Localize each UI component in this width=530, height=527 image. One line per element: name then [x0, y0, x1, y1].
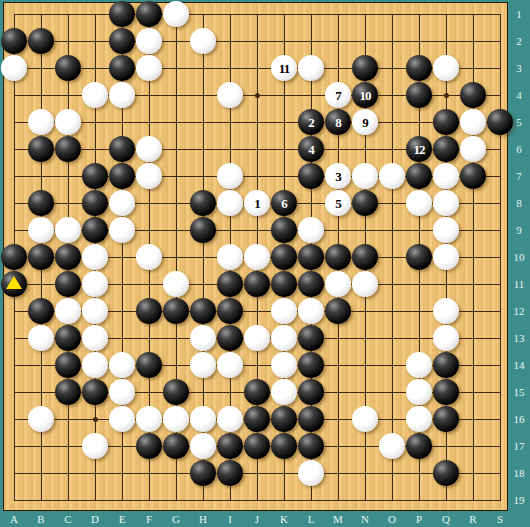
coordinate-labels: ABCDEFGHIJKLMNOPQRS123456789101112131415… — [0, 0, 530, 527]
row-label: 17 — [514, 441, 525, 452]
row-label: 6 — [516, 144, 522, 155]
column-label: R — [469, 514, 476, 525]
row-label: 13 — [514, 333, 525, 344]
row-label: 15 — [514, 387, 525, 398]
column-label: A — [10, 514, 18, 525]
row-label: 18 — [514, 468, 525, 479]
row-label: 8 — [516, 198, 522, 209]
row-label: 4 — [516, 90, 522, 101]
column-label: P — [416, 514, 422, 525]
row-label: 11 — [514, 279, 525, 290]
row-label: 1 — [516, 9, 522, 20]
column-label: K — [280, 514, 288, 525]
row-label: 9 — [516, 225, 522, 236]
column-label: L — [308, 514, 315, 525]
column-label: J — [255, 514, 259, 525]
row-label: 2 — [516, 36, 522, 47]
column-label: F — [146, 514, 152, 525]
column-label: B — [37, 514, 44, 525]
column-label: G — [172, 514, 180, 525]
column-label: I — [228, 514, 232, 525]
row-label: 16 — [514, 414, 525, 425]
row-label: 12 — [514, 306, 525, 317]
row-label: 3 — [516, 63, 522, 74]
row-label: 19 — [514, 495, 525, 506]
column-label: M — [333, 514, 343, 525]
row-label: 5 — [516, 117, 522, 128]
column-label: N — [361, 514, 369, 525]
column-label: C — [64, 514, 71, 525]
column-label: E — [119, 514, 126, 525]
column-label: Q — [442, 514, 450, 525]
column-label: D — [91, 514, 99, 525]
row-label: 10 — [514, 252, 525, 263]
row-label: 14 — [514, 360, 525, 371]
column-label: H — [199, 514, 207, 525]
goban-frame: 117102894123165 ABCDEFGHIJKLMNOPQRS12345… — [0, 0, 530, 527]
column-label: S — [497, 514, 503, 525]
row-label: 7 — [516, 171, 522, 182]
column-label: O — [388, 514, 396, 525]
